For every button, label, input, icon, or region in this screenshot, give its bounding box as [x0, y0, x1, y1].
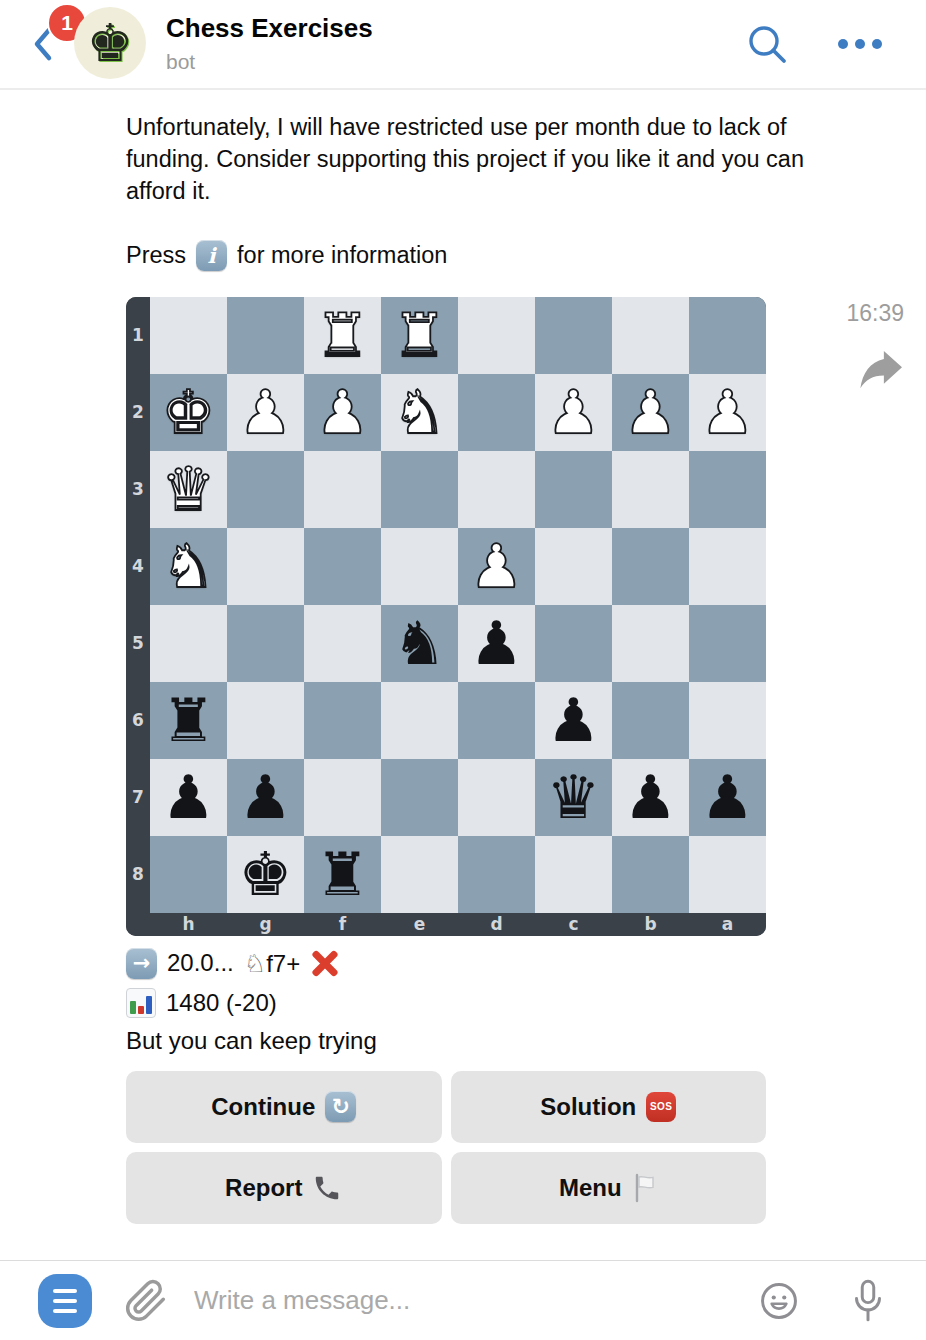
square-a2: ♟ — [689, 374, 766, 451]
piece-black-pawn: ♟ — [239, 767, 293, 827]
message-text: Unfortunately, I will have restricted us… — [126, 112, 806, 208]
square-d5: ♟ — [458, 605, 535, 682]
square-d3 — [458, 451, 535, 528]
square-c8 — [535, 836, 612, 913]
piece-white-pawn: ♟ — [239, 382, 293, 442]
attach-paperclip-icon[interactable] — [124, 1279, 168, 1323]
square-g1 — [227, 297, 304, 374]
square-h4: ♞ — [150, 528, 227, 605]
square-f8: ♜ — [304, 836, 381, 913]
rank-label-2: 2 — [126, 374, 150, 451]
square-c5 — [535, 605, 612, 682]
bot-menu-button[interactable] — [38, 1274, 92, 1328]
piece-black-rook: ♜ — [316, 844, 370, 904]
piece-black-king: ♚ — [239, 844, 293, 904]
rank-label-6: 6 — [126, 682, 150, 759]
square-b5 — [612, 605, 689, 682]
piece-black-queen: ♛ — [547, 767, 601, 827]
square-c6: ♟ — [535, 682, 612, 759]
square-c2: ♟ — [535, 374, 612, 451]
square-f4 — [304, 528, 381, 605]
file-label-c: c — [535, 913, 612, 936]
info-emoji: i — [196, 240, 227, 271]
cross-mark-icon — [310, 948, 340, 978]
move-text: f7+ — [266, 950, 300, 978]
square-b7: ♟ — [612, 759, 689, 836]
piece-white-rook: ♜ — [316, 305, 370, 365]
square-h6: ♜ — [150, 682, 227, 759]
square-a1 — [689, 297, 766, 374]
press-info-line: Press i for more information — [126, 240, 926, 271]
menu-button[interactable]: Menu — [451, 1152, 767, 1224]
share-icon[interactable] — [858, 349, 904, 391]
rating-line: 1480 (-20) — [126, 988, 926, 1018]
move-number: 20.0... — [167, 949, 234, 977]
square-f2: ♟ — [304, 374, 381, 451]
square-e1: ♜ — [381, 297, 458, 374]
chat-subtitle: bot — [166, 50, 195, 74]
file-label-e: e — [381, 913, 458, 936]
square-b3 — [612, 451, 689, 528]
piece-black-pawn: ♟ — [470, 613, 524, 673]
square-a5 — [689, 605, 766, 682]
telegram-chat-screen: 1 ♚ Chess Exercises bot Unfortunately, I… — [0, 0, 926, 1340]
square-e4 — [381, 528, 458, 605]
rank-label-7: 7 — [126, 759, 150, 836]
inline-keyboard: Continue ↻ Solution SOS Report Menu — [126, 1071, 766, 1224]
bar-chart-emoji — [126, 988, 156, 1018]
square-d6 — [458, 682, 535, 759]
board-corner — [126, 913, 150, 936]
rank-label-3: 3 — [126, 451, 150, 528]
square-c3 — [535, 451, 612, 528]
square-d7 — [458, 759, 535, 836]
file-label-h: h — [150, 913, 227, 936]
solution-button[interactable]: Solution SOS — [451, 1071, 767, 1143]
square-f3 — [304, 451, 381, 528]
square-h5 — [150, 605, 227, 682]
rank-label-8: 8 — [126, 836, 150, 913]
rank-label-1: 1 — [126, 297, 150, 374]
chess-board[interactable]: 1♜♜2♚♟♟♞♟♟♟3♛4♞♟5♞♟6♜♟7♟♟♛♟♟8♚♜hgfedcba — [126, 297, 766, 936]
continue-button[interactable]: Continue ↻ — [126, 1071, 442, 1143]
square-h7: ♟ — [150, 759, 227, 836]
piece-black-pawn: ♟ — [701, 767, 755, 827]
square-b6 — [612, 682, 689, 759]
square-a4 — [689, 528, 766, 605]
composer-bar — [0, 1260, 926, 1340]
press-prefix: Press — [126, 242, 186, 269]
piece-black-rook: ♜ — [162, 690, 216, 750]
square-f6 — [304, 682, 381, 759]
square-e3 — [381, 451, 458, 528]
avatar[interactable]: ♚ — [74, 7, 146, 79]
square-g3 — [227, 451, 304, 528]
file-label-g: g — [227, 913, 304, 936]
piece-black-knight: ♞ — [393, 613, 447, 673]
square-h2: ♚ — [150, 374, 227, 451]
bot-message: Unfortunately, I will have restricted us… — [0, 90, 926, 1224]
rank-label-5: 5 — [126, 605, 150, 682]
piece-white-pawn: ♟ — [470, 536, 524, 596]
square-g8: ♚ — [227, 836, 304, 913]
file-label-d: d — [458, 913, 535, 936]
microphone-icon[interactable] — [848, 1278, 888, 1324]
move-result-line: → 20.0... ♘f7+ — [126, 948, 926, 979]
square-h1 — [150, 297, 227, 374]
piece-white-queen: ♛ — [162, 459, 216, 519]
square-d1 — [458, 297, 535, 374]
more-options-icon[interactable] — [830, 30, 890, 58]
square-a6 — [689, 682, 766, 759]
message-meta: 16:39 — [794, 300, 904, 395]
piece-white-king: ♚ — [162, 382, 216, 442]
white-flag-emoji — [632, 1173, 658, 1203]
square-g5 — [227, 605, 304, 682]
knight-notation-icon: ♘ — [244, 949, 266, 978]
message-input[interactable] — [194, 1285, 758, 1316]
timestamp: 16:39 — [794, 300, 904, 327]
encourage-line: But you can keep trying — [126, 1027, 926, 1055]
repeat-emoji: ↻ — [325, 1091, 356, 1122]
square-e6 — [381, 682, 458, 759]
piece-black-pawn: ♟ — [547, 690, 601, 750]
sos-emoji: SOS — [646, 1092, 676, 1122]
piece-white-pawn: ♟ — [701, 382, 755, 442]
square-e7 — [381, 759, 458, 836]
piece-white-knight: ♞ — [162, 536, 216, 596]
square-e8 — [381, 836, 458, 913]
phone-receiver-emoji — [312, 1173, 342, 1203]
square-b4 — [612, 528, 689, 605]
square-g4 — [227, 528, 304, 605]
square-d4: ♟ — [458, 528, 535, 605]
square-f1: ♜ — [304, 297, 381, 374]
piece-black-pawn: ♟ — [162, 767, 216, 827]
square-g7: ♟ — [227, 759, 304, 836]
square-e2: ♞ — [381, 374, 458, 451]
square-a8 — [689, 836, 766, 913]
square-c4 — [535, 528, 612, 605]
square-b8 — [612, 836, 689, 913]
rank-label-4: 4 — [126, 528, 150, 605]
chat-title: Chess Exercises — [166, 13, 373, 44]
piece-black-pawn: ♟ — [624, 767, 678, 827]
square-g2: ♟ — [227, 374, 304, 451]
square-b1 — [612, 297, 689, 374]
square-a3 — [689, 451, 766, 528]
square-h8 — [150, 836, 227, 913]
piece-white-rook: ♜ — [393, 305, 447, 365]
square-b2: ♟ — [612, 374, 689, 451]
file-label-a: a — [689, 913, 766, 936]
piece-white-pawn: ♟ — [624, 382, 678, 442]
emoji-smiley-icon[interactable] — [758, 1280, 800, 1322]
square-f5 — [304, 605, 381, 682]
report-button[interactable]: Report — [126, 1152, 442, 1224]
search-icon[interactable] — [744, 21, 790, 67]
piece-white-pawn: ♟ — [316, 382, 370, 442]
press-suffix: for more information — [237, 242, 447, 269]
rating-value: 1480 (-20) — [166, 989, 277, 1017]
square-c7: ♛ — [535, 759, 612, 836]
square-f7 — [304, 759, 381, 836]
square-d8 — [458, 836, 535, 913]
file-label-f: f — [304, 913, 381, 936]
piece-white-pawn: ♟ — [547, 382, 601, 442]
square-a7: ♟ — [689, 759, 766, 836]
file-label-b: b — [612, 913, 689, 936]
chat-header: 1 ♚ Chess Exercises bot — [0, 0, 926, 90]
chess-king-avatar-icon: ♚ — [87, 17, 134, 69]
piece-white-knight: ♞ — [393, 382, 447, 442]
right-arrow-emoji: → — [126, 948, 157, 979]
square-e5: ♞ — [381, 605, 458, 682]
square-c1 — [535, 297, 612, 374]
square-d2 — [458, 374, 535, 451]
square-g6 — [227, 682, 304, 759]
square-h3: ♛ — [150, 451, 227, 528]
